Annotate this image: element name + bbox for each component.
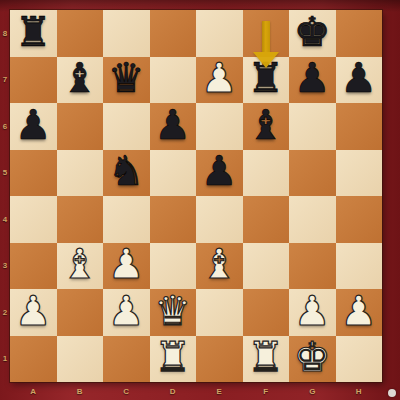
black-pawn: ♟ bbox=[201, 151, 238, 192]
square-e6[interactable] bbox=[196, 103, 243, 150]
file-label-h: H bbox=[336, 382, 383, 400]
square-f4[interactable] bbox=[243, 196, 290, 243]
black-king: ♚ bbox=[294, 12, 331, 53]
black-pawn: ♟ bbox=[15, 105, 52, 146]
square-a1[interactable] bbox=[10, 336, 57, 383]
square-a6[interactable]: ♟ bbox=[10, 103, 57, 150]
rank-label-8: 8 bbox=[0, 10, 10, 57]
square-e1[interactable] bbox=[196, 336, 243, 383]
black-bishop: ♝ bbox=[247, 105, 284, 146]
square-f6[interactable]: ♝ bbox=[243, 103, 290, 150]
square-h7[interactable]: ♟ bbox=[336, 57, 383, 104]
file-label-f: F bbox=[243, 382, 290, 400]
corner-dot bbox=[388, 389, 396, 397]
square-e7[interactable]: ♟ bbox=[196, 57, 243, 104]
square-h4[interactable] bbox=[336, 196, 383, 243]
file-label-c: C bbox=[103, 382, 150, 400]
square-f2[interactable] bbox=[243, 289, 290, 336]
square-h8[interactable] bbox=[336, 10, 383, 57]
white-rook: ♜ bbox=[247, 337, 284, 378]
square-e8[interactable] bbox=[196, 10, 243, 57]
square-f1[interactable]: ♜ bbox=[243, 336, 290, 383]
square-d3[interactable] bbox=[150, 243, 197, 290]
move-arrow bbox=[253, 21, 279, 68]
square-a7[interactable] bbox=[10, 57, 57, 104]
board-frame: 87654321 ♜♚♝♛♟♜♟♟♟♟♝♞♟♝♟♝♟♟♛♟♟♜♜♚ ABCDEF… bbox=[0, 0, 400, 400]
black-pawn: ♟ bbox=[340, 58, 377, 99]
square-a4[interactable] bbox=[10, 196, 57, 243]
square-h1[interactable] bbox=[336, 336, 383, 383]
black-pawn: ♟ bbox=[294, 58, 331, 99]
square-c1[interactable] bbox=[103, 336, 150, 383]
square-h3[interactable] bbox=[336, 243, 383, 290]
square-g8[interactable]: ♚ bbox=[289, 10, 336, 57]
square-b2[interactable] bbox=[57, 289, 104, 336]
square-b7[interactable]: ♝ bbox=[57, 57, 104, 104]
square-f3[interactable] bbox=[243, 243, 290, 290]
square-d1[interactable]: ♜ bbox=[150, 336, 197, 383]
square-d2[interactable]: ♛ bbox=[150, 289, 197, 336]
square-e4[interactable] bbox=[196, 196, 243, 243]
rank-label-2: 2 bbox=[0, 289, 10, 336]
rank-labels: 87654321 bbox=[0, 10, 10, 382]
rank-label-3: 3 bbox=[0, 243, 10, 290]
square-c4[interactable] bbox=[103, 196, 150, 243]
square-d6[interactable]: ♟ bbox=[150, 103, 197, 150]
black-queen: ♛ bbox=[108, 58, 145, 99]
square-d8[interactable] bbox=[150, 10, 197, 57]
square-c6[interactable] bbox=[103, 103, 150, 150]
square-g1[interactable]: ♚ bbox=[289, 336, 336, 383]
file-label-d: D bbox=[150, 382, 197, 400]
square-e3[interactable]: ♝ bbox=[196, 243, 243, 290]
white-bishop: ♝ bbox=[201, 244, 238, 285]
square-c2[interactable]: ♟ bbox=[103, 289, 150, 336]
square-a8[interactable]: ♜ bbox=[10, 10, 57, 57]
move-arrow-shaft bbox=[262, 21, 270, 52]
square-c3[interactable]: ♟ bbox=[103, 243, 150, 290]
file-label-g: G bbox=[289, 382, 336, 400]
square-b8[interactable] bbox=[57, 10, 104, 57]
square-a3[interactable] bbox=[10, 243, 57, 290]
white-pawn: ♟ bbox=[108, 244, 145, 285]
square-b3[interactable]: ♝ bbox=[57, 243, 104, 290]
black-bishop: ♝ bbox=[61, 58, 98, 99]
rank-label-7: 7 bbox=[0, 57, 10, 104]
white-pawn: ♟ bbox=[201, 58, 238, 99]
square-c5[interactable]: ♞ bbox=[103, 150, 150, 197]
square-a2[interactable]: ♟ bbox=[10, 289, 57, 336]
white-pawn: ♟ bbox=[108, 291, 145, 332]
white-pawn: ♟ bbox=[340, 291, 377, 332]
square-h6[interactable] bbox=[336, 103, 383, 150]
square-b6[interactable] bbox=[57, 103, 104, 150]
square-e5[interactable]: ♟ bbox=[196, 150, 243, 197]
rank-label-6: 6 bbox=[0, 103, 10, 150]
square-d5[interactable] bbox=[150, 150, 197, 197]
rank-label-5: 5 bbox=[0, 150, 10, 197]
move-arrow-head bbox=[253, 52, 279, 68]
square-g5[interactable] bbox=[289, 150, 336, 197]
square-g7[interactable]: ♟ bbox=[289, 57, 336, 104]
square-g4[interactable] bbox=[289, 196, 336, 243]
square-g6[interactable] bbox=[289, 103, 336, 150]
square-b5[interactable] bbox=[57, 150, 104, 197]
square-g3[interactable] bbox=[289, 243, 336, 290]
square-b4[interactable] bbox=[57, 196, 104, 243]
white-pawn: ♟ bbox=[15, 291, 52, 332]
chess-board: ♜♚♝♛♟♜♟♟♟♟♝♞♟♝♟♝♟♟♛♟♟♜♜♚ bbox=[10, 10, 382, 382]
rank-label-1: 1 bbox=[0, 336, 10, 383]
white-king: ♚ bbox=[294, 337, 331, 378]
square-d7[interactable] bbox=[150, 57, 197, 104]
square-c8[interactable] bbox=[103, 10, 150, 57]
square-c7[interactable]: ♛ bbox=[103, 57, 150, 104]
square-f5[interactable] bbox=[243, 150, 290, 197]
white-bishop: ♝ bbox=[61, 244, 98, 285]
square-a5[interactable] bbox=[10, 150, 57, 197]
file-labels: ABCDEFGH bbox=[10, 382, 382, 400]
white-queen: ♛ bbox=[154, 291, 191, 332]
rank-label-4: 4 bbox=[0, 196, 10, 243]
square-h2[interactable]: ♟ bbox=[336, 289, 383, 336]
black-knight: ♞ bbox=[108, 151, 145, 192]
file-label-a: A bbox=[10, 382, 57, 400]
square-h5[interactable] bbox=[336, 150, 383, 197]
file-label-e: E bbox=[196, 382, 243, 400]
black-pawn: ♟ bbox=[154, 105, 191, 146]
black-rook: ♜ bbox=[15, 12, 52, 53]
file-label-b: B bbox=[57, 382, 104, 400]
white-rook: ♜ bbox=[154, 337, 191, 378]
square-d4[interactable] bbox=[150, 196, 197, 243]
square-b1[interactable] bbox=[57, 336, 104, 383]
square-e2[interactable] bbox=[196, 289, 243, 336]
square-g2[interactable]: ♟ bbox=[289, 289, 336, 336]
white-pawn: ♟ bbox=[294, 291, 331, 332]
